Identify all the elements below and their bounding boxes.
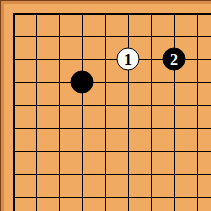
- go-board-diagram: 12: [0, 0, 211, 211]
- board-stones: 12: [0, 0, 211, 211]
- stone-white-move-1: 1: [117, 48, 140, 71]
- stone-black-move-2: 2: [163, 48, 186, 71]
- stone-black: [71, 71, 94, 94]
